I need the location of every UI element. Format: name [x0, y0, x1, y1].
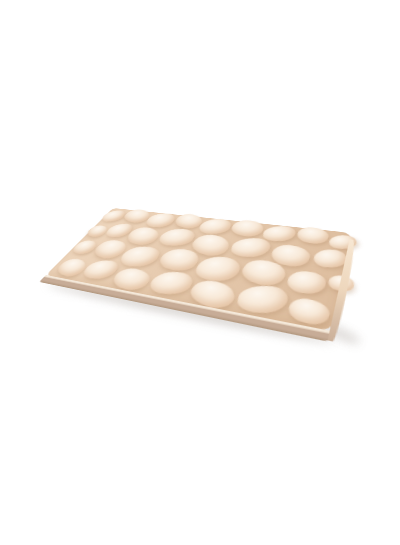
pebble — [313, 249, 346, 268]
product-photo-canvas — [0, 0, 400, 545]
pebble — [192, 256, 244, 282]
pebble — [285, 270, 327, 295]
bath-mat — [39, 208, 358, 343]
pebble — [146, 271, 197, 296]
pebble — [235, 285, 289, 313]
pebble — [229, 238, 272, 257]
pebble — [294, 225, 332, 245]
pebble — [228, 218, 267, 238]
pebble — [262, 226, 296, 241]
